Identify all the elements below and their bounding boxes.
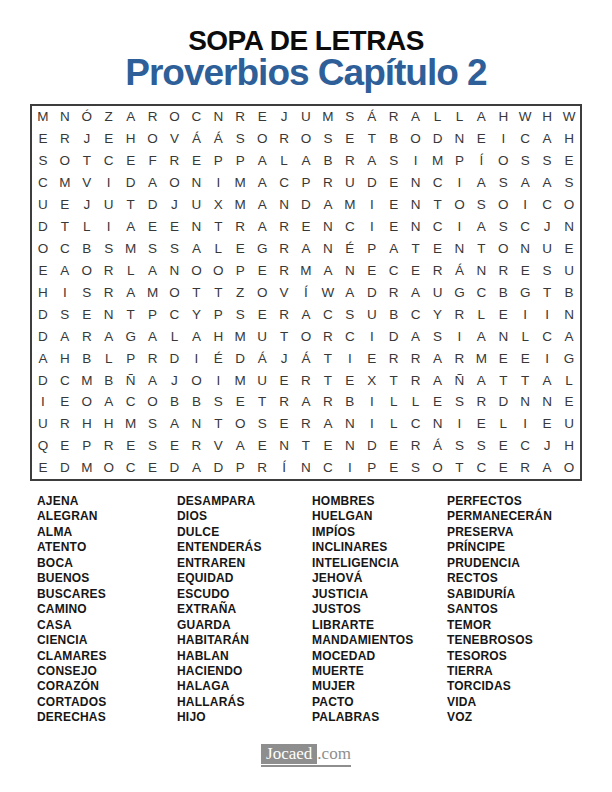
word-item: PERMANECERÁN bbox=[447, 509, 577, 524]
grid-cell: I bbox=[514, 303, 536, 325]
grid-cell: T bbox=[317, 347, 339, 369]
grid-cell: I bbox=[448, 325, 470, 347]
grid-cell: A bbox=[142, 172, 164, 194]
grid-cell: S bbox=[470, 435, 492, 457]
grid-cell: A bbox=[185, 325, 207, 347]
word-item: CONSEJO bbox=[37, 664, 177, 679]
site-logo: Jocaed.com bbox=[0, 744, 612, 767]
grid-cell: C bbox=[405, 303, 427, 325]
grid-cell: J bbox=[536, 435, 558, 457]
grid-cell: U bbox=[251, 369, 273, 391]
grid-cell: E bbox=[185, 150, 207, 172]
grid-cell: R bbox=[98, 435, 120, 457]
grid-cell: D bbox=[361, 282, 383, 304]
grid-cell: B bbox=[98, 369, 120, 391]
word-item: HACIENDO bbox=[177, 664, 312, 679]
grid-cell: C bbox=[514, 216, 536, 238]
grid-cell: P bbox=[207, 150, 229, 172]
word-item: VIDA bbox=[447, 695, 577, 710]
grid-cell: A bbox=[142, 260, 164, 282]
grid-cell: R bbox=[317, 391, 339, 413]
grid-cell: P bbox=[142, 303, 164, 325]
grid-cell: I bbox=[448, 172, 470, 194]
grid-cell: A bbox=[98, 325, 120, 347]
grid-cell: D bbox=[32, 216, 54, 238]
grid-cell: T bbox=[514, 369, 536, 391]
grid-cell: C bbox=[470, 282, 492, 304]
grid-cell: E bbox=[470, 413, 492, 435]
grid-cell: Á bbox=[427, 435, 449, 457]
grid-cell: E bbox=[229, 391, 251, 413]
grid-cell: N bbox=[317, 216, 339, 238]
grid-cell: I bbox=[405, 150, 427, 172]
grid-cell: L bbox=[120, 260, 142, 282]
grid-cell: N bbox=[405, 216, 427, 238]
grid-cell: Á bbox=[448, 260, 470, 282]
grid-cell: P bbox=[207, 303, 229, 325]
grid-cell: N bbox=[514, 238, 536, 260]
grid-cell: S bbox=[76, 282, 98, 304]
grid-cell: T bbox=[317, 369, 339, 391]
grid-cell: A bbox=[361, 150, 383, 172]
grid-cell: R bbox=[383, 347, 405, 369]
grid-cell: L bbox=[492, 413, 514, 435]
grid-cell: E bbox=[120, 435, 142, 457]
grid-cell: O bbox=[207, 260, 229, 282]
grid-cell: R bbox=[405, 369, 427, 391]
grid-cell: N bbox=[54, 106, 76, 128]
grid-cell: A bbox=[295, 150, 317, 172]
grid-cell: S bbox=[383, 150, 405, 172]
grid-cell: C bbox=[317, 457, 339, 479]
grid-cell: R bbox=[317, 325, 339, 347]
grid-cell: S bbox=[98, 238, 120, 260]
grid-cell: R bbox=[273, 128, 295, 150]
grid-cell: A bbox=[405, 106, 427, 128]
grid-cell: P bbox=[361, 238, 383, 260]
grid-cell: R bbox=[54, 128, 76, 150]
grid-cell: S bbox=[492, 216, 514, 238]
grid-cell: C bbox=[54, 369, 76, 391]
grid-cell: C bbox=[317, 303, 339, 325]
grid-cell: B bbox=[383, 128, 405, 150]
grid-cell: V bbox=[76, 172, 98, 194]
grid-cell: M bbox=[339, 194, 361, 216]
grid-cell: N bbox=[273, 435, 295, 457]
grid-cell: U bbox=[185, 194, 207, 216]
grid-cell: B bbox=[185, 391, 207, 413]
grid-cell: B bbox=[76, 347, 98, 369]
grid-cell: C bbox=[164, 303, 186, 325]
word-item: MUJER bbox=[312, 679, 447, 694]
grid-cell: N bbox=[558, 303, 580, 325]
word-item: HALAGA bbox=[177, 679, 312, 694]
grid-cell: I bbox=[339, 457, 361, 479]
word-item: PRESERVA bbox=[447, 525, 577, 540]
grid-cell: E bbox=[492, 435, 514, 457]
grid-cell: P bbox=[229, 150, 251, 172]
grid-cell: I bbox=[98, 216, 120, 238]
grid-cell: E bbox=[558, 391, 580, 413]
grid-cell: O bbox=[405, 128, 427, 150]
grid-cell: A bbox=[295, 391, 317, 413]
grid-cell: S bbox=[207, 391, 229, 413]
grid-cell: C bbox=[98, 150, 120, 172]
grid-cell: U bbox=[98, 194, 120, 216]
grid-cell: C bbox=[32, 172, 54, 194]
word-item: HUELGAN bbox=[312, 509, 447, 524]
grid-cell: U bbox=[558, 260, 580, 282]
grid-cell: B bbox=[317, 150, 339, 172]
word-item: TENEBROSOS bbox=[447, 633, 577, 648]
grid-cell: B bbox=[558, 282, 580, 304]
word-item: TORCIDAS bbox=[447, 679, 577, 694]
grid-cell: Á bbox=[251, 347, 273, 369]
grid-cell: A bbox=[120, 106, 142, 128]
grid-cell: O bbox=[76, 260, 98, 282]
grid-cell: L bbox=[383, 413, 405, 435]
grid-cell: R bbox=[142, 106, 164, 128]
grid-cell: U bbox=[339, 172, 361, 194]
grid-cell: E bbox=[54, 435, 76, 457]
grid-cell: T bbox=[185, 282, 207, 304]
grid-cell: E bbox=[273, 369, 295, 391]
grid-cell: O bbox=[229, 413, 251, 435]
grid-cell: A bbox=[120, 216, 142, 238]
grid-cell: E bbox=[361, 260, 383, 282]
grid-cell: N bbox=[558, 216, 580, 238]
grid-cell: H bbox=[558, 435, 580, 457]
grid-cell: S bbox=[448, 391, 470, 413]
grid-cell: S bbox=[142, 435, 164, 457]
grid-cell: N bbox=[339, 413, 361, 435]
word-item: CLAMARES bbox=[37, 649, 177, 664]
word-item: TESOROS bbox=[447, 649, 577, 664]
grid-cell: E bbox=[295, 216, 317, 238]
grid-cell: D bbox=[164, 457, 186, 479]
grid-cell: S bbox=[514, 150, 536, 172]
grid-cell: T bbox=[536, 282, 558, 304]
grid-cell: P bbox=[76, 435, 98, 457]
grid-cell: H bbox=[558, 128, 580, 150]
grid-cell: O bbox=[492, 150, 514, 172]
grid-cell: T bbox=[448, 457, 470, 479]
grid-cell: E bbox=[54, 194, 76, 216]
grid-cell: R bbox=[339, 150, 361, 172]
grid-cell: A bbox=[251, 216, 273, 238]
grid-cell: I bbox=[514, 413, 536, 435]
word-item: EXTRAÑA bbox=[177, 602, 312, 617]
word-item: SANTOS bbox=[447, 602, 577, 617]
word-search-grid: MNÓZAROCNREJUMSÁRALLAHWHWERJEHOVÁÁSOROSE… bbox=[30, 104, 582, 481]
grid-cell: T bbox=[207, 216, 229, 238]
word-list: AJENAALEGRANALMAATENTOBOCABUENOSBUSCARES… bbox=[37, 494, 582, 726]
grid-cell: A bbox=[120, 282, 142, 304]
grid-cell: I bbox=[361, 216, 383, 238]
grid-cell: R bbox=[98, 282, 120, 304]
word-item: JUSTOS bbox=[312, 602, 447, 617]
grid-cell: A bbox=[558, 325, 580, 347]
grid-cell: Y bbox=[185, 303, 207, 325]
grid-cell: D bbox=[427, 128, 449, 150]
word-item: MUERTE bbox=[312, 664, 447, 679]
word-item: BUSCARES bbox=[37, 587, 177, 602]
grid-cell: L bbox=[427, 106, 449, 128]
grid-cell: I bbox=[207, 172, 229, 194]
grid-cell: V bbox=[273, 282, 295, 304]
word-item: DESAMPARA bbox=[177, 494, 312, 509]
word-item: CORTADOS bbox=[37, 695, 177, 710]
grid-cell: M bbox=[295, 260, 317, 282]
grid-cell: I bbox=[536, 347, 558, 369]
word-item: PACTO bbox=[312, 695, 447, 710]
grid-cell: U bbox=[32, 194, 54, 216]
grid-cell: S bbox=[339, 106, 361, 128]
word-item: DULCE bbox=[177, 525, 312, 540]
grid-cell: M bbox=[54, 172, 76, 194]
grid-cell: N bbox=[185, 172, 207, 194]
grid-cell: E bbox=[492, 303, 514, 325]
grid-cell: R bbox=[54, 413, 76, 435]
word-item: GUARDA bbox=[177, 618, 312, 633]
site-name: Jocaed bbox=[261, 744, 317, 764]
grid-cell: U bbox=[361, 303, 383, 325]
grid-cell: Í bbox=[273, 457, 295, 479]
grid-cell: C bbox=[120, 391, 142, 413]
page-title: Proverbios Capítulo 2 bbox=[0, 52, 612, 94]
word-item: RECTOS bbox=[447, 571, 577, 586]
grid-cell: O bbox=[98, 457, 120, 479]
grid-cell: T bbox=[54, 216, 76, 238]
grid-cell: J bbox=[273, 106, 295, 128]
grid-cell: O bbox=[558, 194, 580, 216]
grid-cell: O bbox=[492, 238, 514, 260]
word-item: VOZ bbox=[447, 710, 577, 725]
word-item: LIBRARTE bbox=[312, 618, 447, 633]
grid-cell: A bbox=[54, 260, 76, 282]
grid-cell: L bbox=[76, 216, 98, 238]
word-item: PRÍNCIPE bbox=[447, 540, 577, 555]
grid-cell: C bbox=[383, 260, 405, 282]
grid-cell: E bbox=[251, 303, 273, 325]
grid-cell: B bbox=[492, 282, 514, 304]
page: SOPA DE LETRAS Proverbios Capítulo 2 MNÓ… bbox=[0, 0, 612, 792]
grid-cell: M bbox=[120, 413, 142, 435]
grid-cell: P bbox=[120, 347, 142, 369]
grid-cell: U bbox=[427, 282, 449, 304]
grid-cell: B bbox=[76, 238, 98, 260]
grid-cell: L bbox=[383, 391, 405, 413]
grid-cell: E bbox=[383, 172, 405, 194]
grid-cell: S bbox=[229, 303, 251, 325]
grid-cell: R bbox=[251, 457, 273, 479]
grid-cell: N bbox=[448, 238, 470, 260]
grid-cell: A bbox=[405, 282, 427, 304]
grid-cell: C bbox=[427, 216, 449, 238]
grid-cell: A bbox=[470, 172, 492, 194]
grid-cell: I bbox=[448, 216, 470, 238]
grid-cell: C bbox=[514, 435, 536, 457]
grid-cell: O bbox=[492, 194, 514, 216]
grid-cell: R bbox=[295, 413, 317, 435]
grid-cell: O bbox=[142, 128, 164, 150]
grid-cell: R bbox=[76, 325, 98, 347]
grid-cell: A bbox=[185, 457, 207, 479]
grid-cell: E bbox=[514, 260, 536, 282]
grid-cell: E bbox=[339, 128, 361, 150]
grid-cell: A bbox=[251, 150, 273, 172]
grid-cell: B bbox=[164, 391, 186, 413]
grid-cell: A bbox=[142, 325, 164, 347]
grid-cell: G bbox=[448, 282, 470, 304]
grid-cell: U bbox=[536, 238, 558, 260]
grid-cell: E bbox=[251, 260, 273, 282]
grid-cell: N bbox=[185, 216, 207, 238]
grid-cell: T bbox=[427, 194, 449, 216]
grid-cell: S bbox=[405, 457, 427, 479]
grid-cell: I bbox=[361, 325, 383, 347]
word-item: MOCEDAD bbox=[312, 649, 447, 664]
word-item: SABIDURÍA bbox=[447, 587, 577, 602]
grid-cell: A bbox=[317, 413, 339, 435]
grid-cell: D bbox=[383, 325, 405, 347]
grid-cell: E bbox=[492, 457, 514, 479]
grid-cell: D bbox=[120, 172, 142, 194]
grid-cell: D bbox=[32, 303, 54, 325]
grid-cell: A bbox=[317, 260, 339, 282]
grid-cell: N bbox=[427, 413, 449, 435]
grid-cell: R bbox=[405, 435, 427, 457]
grid-cell: A bbox=[164, 413, 186, 435]
word-item: TEMOR bbox=[447, 618, 577, 633]
grid-cell: O bbox=[54, 150, 76, 172]
grid-cell: T bbox=[76, 150, 98, 172]
grid-cell: E bbox=[164, 216, 186, 238]
grid-cell: O bbox=[295, 128, 317, 150]
grid-cell: E bbox=[317, 435, 339, 457]
word-item: IMPÍOS bbox=[312, 525, 447, 540]
grid-cell: A bbox=[470, 106, 492, 128]
grid-cell: T bbox=[492, 369, 514, 391]
grid-cell: Z bbox=[229, 282, 251, 304]
grid-cell: E bbox=[339, 369, 361, 391]
grid-cell: A bbox=[536, 128, 558, 150]
grid-cell: E bbox=[361, 347, 383, 369]
grid-cell: X bbox=[361, 369, 383, 391]
grid-cell: I bbox=[361, 413, 383, 435]
site-logo-underline: Jocaed.com bbox=[261, 744, 351, 767]
grid-cell: E bbox=[32, 457, 54, 479]
grid-cell: D bbox=[164, 347, 186, 369]
grid-cell: S bbox=[229, 128, 251, 150]
grid-cell: L bbox=[514, 325, 536, 347]
grid-cell: S bbox=[142, 238, 164, 260]
word-item: PERFECTOS bbox=[447, 494, 577, 509]
grid-cell: N bbox=[339, 435, 361, 457]
grid-cell: M bbox=[32, 106, 54, 128]
grid-cell: O bbox=[448, 194, 470, 216]
grid-cell: C bbox=[54, 238, 76, 260]
grid-cell: A bbox=[295, 238, 317, 260]
grid-cell: Z bbox=[98, 106, 120, 128]
grid-cell: V bbox=[207, 435, 229, 457]
site-tld: .com bbox=[317, 744, 351, 763]
grid-cell: I bbox=[514, 194, 536, 216]
grid-cell: C bbox=[536, 194, 558, 216]
grid-cell: S bbox=[32, 150, 54, 172]
grid-cell: M bbox=[229, 194, 251, 216]
grid-cell: M bbox=[76, 369, 98, 391]
grid-cell: I bbox=[54, 282, 76, 304]
grid-cell: A bbox=[251, 172, 273, 194]
grid-cell: R bbox=[273, 303, 295, 325]
grid-cell: A bbox=[536, 369, 558, 391]
word-item: EQUIDAD bbox=[177, 571, 312, 586]
grid-cell: T bbox=[273, 325, 295, 347]
grid-cell: G bbox=[251, 238, 273, 260]
grid-cell: E bbox=[558, 238, 580, 260]
grid-cell: E bbox=[383, 457, 405, 479]
grid-cell: E bbox=[383, 435, 405, 457]
grid-cell: I bbox=[448, 413, 470, 435]
word-item: HOMBRES bbox=[312, 494, 447, 509]
grid-cell: E bbox=[251, 106, 273, 128]
grid-cell: E bbox=[383, 216, 405, 238]
grid-cell: C bbox=[339, 325, 361, 347]
grid-cell: O bbox=[32, 238, 54, 260]
grid-cell: A bbox=[185, 238, 207, 260]
grid-cell: L bbox=[405, 391, 427, 413]
grid-cell: E bbox=[251, 435, 273, 457]
grid-cell: E bbox=[142, 457, 164, 479]
grid-cell: D bbox=[361, 172, 383, 194]
grid-cell: U bbox=[558, 413, 580, 435]
word-item: ALMA bbox=[37, 525, 177, 540]
grid-cell: L bbox=[448, 106, 470, 128]
grid-cell: D bbox=[492, 391, 514, 413]
grid-cell: T bbox=[470, 238, 492, 260]
word-item: TIERRA bbox=[447, 664, 577, 679]
grid-cell: N bbox=[164, 260, 186, 282]
word-item: MANDAMIENTOS bbox=[312, 633, 447, 648]
grid-cell: N bbox=[273, 194, 295, 216]
word-item: HABITARÁN bbox=[177, 633, 312, 648]
grid-cell: R bbox=[142, 347, 164, 369]
grid-cell: E bbox=[164, 435, 186, 457]
grid-cell: D bbox=[32, 369, 54, 391]
grid-cell: L bbox=[207, 238, 229, 260]
grid-cell: E bbox=[536, 413, 558, 435]
grid-cell: S bbox=[536, 150, 558, 172]
grid-cell: M bbox=[229, 172, 251, 194]
grid-cell: A bbox=[405, 325, 427, 347]
word-item: HABLAN bbox=[177, 649, 312, 664]
grid-cell: O bbox=[427, 457, 449, 479]
grid-cell: S bbox=[558, 172, 580, 194]
grid-cell: T bbox=[120, 194, 142, 216]
grid-cell: R bbox=[229, 216, 251, 238]
grid-cell: G bbox=[120, 325, 142, 347]
grid-cell: A bbox=[514, 172, 536, 194]
grid-cell: A bbox=[142, 369, 164, 391]
word-item: DIOS bbox=[177, 509, 312, 524]
grid-cell: I bbox=[32, 391, 54, 413]
grid-cell: R bbox=[383, 282, 405, 304]
grid-cell: S bbox=[427, 325, 449, 347]
word-item: ENTENDERÁS bbox=[177, 540, 312, 555]
grid-cell: S bbox=[54, 303, 76, 325]
grid-cell: H bbox=[120, 128, 142, 150]
